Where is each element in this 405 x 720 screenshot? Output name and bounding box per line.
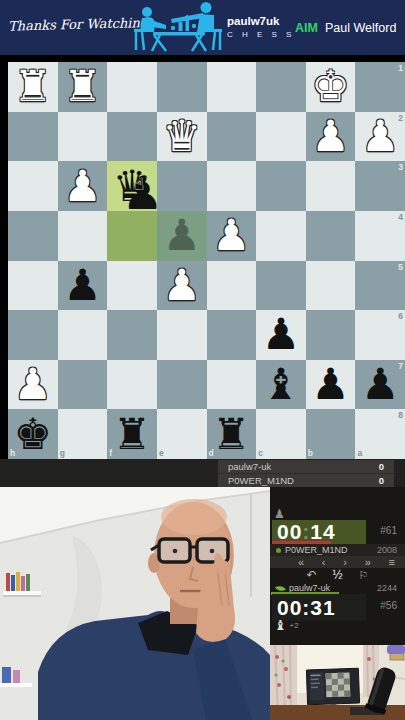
square-d7[interactable] [207, 360, 257, 410]
black-p-g5[interactable]: ♟ [58, 261, 108, 311]
score-row-black: paulw7-uk 0 [218, 460, 394, 474]
square-f7[interactable] [107, 360, 157, 410]
white-p-e5[interactable]: ♟ [157, 261, 207, 311]
black-r-d8[interactable]: ♜ [207, 409, 257, 459]
white-material-diff: ♟ [274, 507, 285, 521]
square-f3[interactable]: ♛ [107, 161, 157, 211]
square-g4[interactable] [58, 211, 108, 261]
square-b4[interactable] [306, 211, 356, 261]
game-actions-bar: ↶ ½ ⚐ [270, 568, 405, 582]
chess-players-logo-icon [133, 2, 223, 53]
square-d3[interactable] [207, 161, 257, 211]
black-p-b7[interactable]: ♟ [306, 360, 356, 410]
rank-label: 1 [398, 63, 403, 73]
square-d6[interactable] [207, 310, 257, 360]
white-p-h7[interactable]: ♟ [8, 360, 58, 410]
square-b6[interactable] [306, 310, 356, 360]
banner-tagline: Thanks For Watching [8, 15, 133, 33]
white-q-e2[interactable]: ♛ [157, 112, 207, 162]
chess-board[interactable]: ♜♜♚1♛♟2♟♟♛3♟♟4♟♟5♟6♟♝♟7♟h♚gf♜ed♜cb8a [8, 62, 405, 459]
square-c4[interactable] [256, 211, 306, 261]
rank-label: 2 [398, 113, 403, 123]
takeback-button[interactable]: ↶ [307, 568, 317, 582]
material-advantage: +2 [290, 621, 299, 630]
black-k-h8[interactable]: ♚ [8, 409, 58, 459]
menu-button[interactable]: ≡ [389, 557, 395, 568]
square-e6[interactable] [157, 310, 207, 360]
black-r-f8[interactable]: ♜ [107, 409, 157, 459]
black-clock-minutes: 00 [277, 596, 302, 620]
square-d5[interactable] [207, 261, 257, 311]
square-d2[interactable] [207, 112, 257, 162]
curtain-left [270, 645, 297, 715]
square-e5[interactable]: ♟ [157, 261, 207, 311]
last-move-button[interactable]: » [365, 557, 371, 568]
square-h2[interactable] [8, 112, 58, 162]
selected-highlight [157, 211, 207, 261]
score-row-white: P0WER_M1ND 0 [218, 474, 394, 488]
monitor-chessboard [326, 672, 351, 697]
square-h4[interactable] [8, 211, 58, 261]
score-player-name: paulw7-uk [228, 461, 379, 472]
file-label: e [159, 448, 164, 458]
square-a6[interactable]: 6 [355, 310, 405, 360]
square-a2[interactable]: 2♟ [355, 112, 405, 162]
shelf-lower [0, 683, 32, 687]
white-player-name: P0WER_M1ND [285, 545, 373, 555]
captured-bishop-icon: ♝ [274, 617, 287, 633]
square-h1[interactable]: ♜ [8, 62, 58, 112]
square-h5[interactable] [8, 261, 58, 311]
square-h3[interactable] [8, 161, 58, 211]
black-move-number: #56 [380, 600, 397, 611]
white-r-g1[interactable]: ♜ [58, 62, 108, 112]
file-label: g [60, 448, 65, 458]
game-clock-sidebar: ♟ 00:14 #61 P0WER_M1ND 2008 « ‹ › » ≡ ↶ … [270, 487, 405, 645]
rank-label: 6 [398, 311, 403, 321]
square-a5[interactable]: 5 [355, 261, 405, 311]
square-f4[interactable] [107, 211, 157, 261]
square-g3[interactable]: ♟ [58, 161, 108, 211]
white-p-g3[interactable]: ♟ [58, 161, 108, 211]
square-e2[interactable]: ♛ [157, 112, 207, 162]
black-clock-seconds: 31 [310, 596, 335, 620]
rank-label: 4 [398, 212, 403, 222]
square-g2[interactable] [58, 112, 108, 162]
next-move-button[interactable]: › [343, 557, 347, 568]
purple-badge [387, 645, 405, 654]
white-move-number: #61 [380, 525, 397, 536]
white-r-h1[interactable]: ♜ [8, 62, 58, 112]
white-p-a2[interactable]: ♟ [355, 112, 405, 162]
square-f5[interactable] [107, 261, 157, 311]
square-a1[interactable]: 1 [355, 62, 405, 112]
chess-board-area: ♜♜♚1♛♟2♟♟♛3♟♟4♟♟5♟6♟♝♟7♟h♚gf♜ed♜cb8a ♟ ☝ [8, 62, 405, 459]
square-g1[interactable]: ♜ [58, 62, 108, 112]
square-a8[interactable]: 8a [355, 409, 405, 459]
square-a3[interactable]: 3 [355, 161, 405, 211]
score-panel: paulw7-uk 0 P0WER_M1ND 0 [218, 460, 394, 487]
square-c8[interactable]: c [256, 409, 306, 459]
rank-label: 7 [398, 361, 403, 371]
presenter-name: Paul Welford [325, 21, 396, 35]
square-h7[interactable]: ♟ [8, 360, 58, 410]
square-b7[interactable]: ♟ [306, 360, 356, 410]
square-e7[interactable] [157, 360, 207, 410]
square-f8[interactable]: f♜ [107, 409, 157, 459]
white-p-b2[interactable]: ♟ [306, 112, 356, 162]
square-d8[interactable]: d♜ [207, 409, 257, 459]
square-d4[interactable]: ♟ [207, 211, 257, 261]
square-c7[interactable]: ♝ [256, 360, 306, 410]
draw-offer-button[interactable]: ½ [333, 568, 343, 582]
black-b-c7[interactable]: ♝ [256, 360, 306, 410]
black-clock-colon: : [302, 596, 310, 620]
square-f1[interactable] [107, 62, 157, 112]
black-p-a7[interactable]: ♟ [355, 360, 405, 410]
desk-camera-video [270, 645, 405, 720]
square-g7[interactable] [58, 360, 108, 410]
move-nav-bar: « ‹ › » ≡ [270, 556, 405, 568]
score-value: 0 [379, 475, 384, 486]
resign-flag-button[interactable]: ⚐ [359, 569, 369, 582]
rank-label: 3 [398, 162, 403, 172]
first-move-button[interactable]: « [298, 557, 304, 568]
brand-subtitle: C H E S S [227, 30, 295, 39]
square-b1[interactable]: ♚ [306, 62, 356, 112]
square-b3[interactable] [306, 161, 356, 211]
square-f6[interactable] [107, 310, 157, 360]
score-value: 0 [379, 461, 384, 472]
rank-label: 5 [398, 262, 403, 272]
eye [210, 549, 215, 554]
lastmove-highlight [107, 161, 157, 211]
lastmove-highlight [107, 211, 157, 261]
square-a4[interactable]: 4 [355, 211, 405, 261]
square-c6[interactable]: ♟ [256, 310, 306, 360]
monitor [306, 668, 359, 705]
square-e3[interactable] [157, 161, 207, 211]
square-e8[interactable]: e [157, 409, 207, 459]
shelf [3, 591, 41, 595]
square-b2[interactable]: ♟ [306, 112, 356, 162]
black-material-diff: ♝ +2 [274, 617, 299, 633]
black-player-rating: 2244 [377, 583, 397, 593]
stream-frame: Thanks For Watching [0, 0, 405, 720]
square-c2[interactable] [256, 112, 306, 162]
match-score-bar: paulw7-uk 0 P0WER_M1ND 0 [0, 459, 405, 487]
square-e4[interactable]: ♟ [157, 211, 207, 261]
online-dot-icon [276, 548, 281, 553]
square-b8[interactable]: b [306, 409, 356, 459]
white-k-b1[interactable]: ♚ [306, 62, 356, 112]
square-c1[interactable] [256, 62, 306, 112]
square-h8[interactable]: h♚ [8, 409, 58, 459]
channel-banner: Thanks For Watching [0, 0, 405, 55]
square-d1[interactable] [207, 62, 257, 112]
square-c3[interactable] [256, 161, 306, 211]
file-label: h [10, 448, 15, 458]
rank-label: 8 [398, 410, 403, 420]
file-label: b [308, 448, 313, 458]
score-player-name: P0WER_M1ND [228, 475, 379, 486]
player-title-badge: AIM [295, 21, 318, 35]
file-label: c [258, 448, 263, 458]
white-p-d4[interactable]: ♟ [207, 211, 257, 261]
square-a7[interactable]: 7♟ [355, 360, 405, 410]
square-g8[interactable]: g [58, 409, 108, 459]
eye [173, 549, 178, 554]
square-g6[interactable] [58, 310, 108, 360]
white-player-rating: 2008 [377, 545, 397, 555]
brand-name: paulw7uk [227, 15, 279, 27]
black-p-c6[interactable]: ♟ [256, 310, 306, 360]
square-f2[interactable] [107, 112, 157, 162]
white-player-row[interactable]: P0WER_M1ND 2008 [270, 544, 405, 556]
square-e1[interactable] [157, 62, 207, 112]
file-label: d [209, 448, 214, 458]
webcam-video [0, 487, 270, 720]
file-label: a [357, 448, 362, 458]
file-label: f [109, 448, 112, 458]
square-c5[interactable] [256, 261, 306, 311]
square-h6[interactable] [8, 310, 58, 360]
square-b5[interactable] [306, 261, 356, 311]
prev-move-button[interactable]: ‹ [322, 557, 326, 568]
captured-pawn-icon: ♟ [274, 507, 285, 521]
square-g5[interactable]: ♟ [58, 261, 108, 311]
